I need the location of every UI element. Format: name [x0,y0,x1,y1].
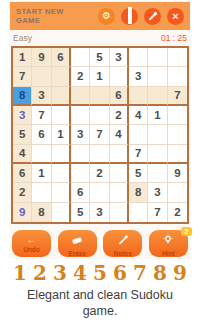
cell-r2c5[interactable]: 1 [90,67,109,86]
cell-r7c2[interactable]: 1 [32,164,51,183]
cell-r9c1[interactable]: 9 [13,203,32,222]
numpad-8[interactable]: 8 [153,261,167,285]
cell-r5c4[interactable]: 3 [71,125,90,144]
cell-r8c8[interactable]: 3 [148,183,167,202]
cell-r3c2[interactable]: 3 [32,87,51,106]
cell-r8c2[interactable] [32,183,51,202]
cell-r1c7[interactable] [129,48,148,67]
cell-r9c2[interactable]: 8 [32,203,51,222]
numpad-4[interactable]: 4 [73,261,87,285]
cell-r6c5[interactable] [90,145,109,164]
header-buttons: ⚙× [98,8,184,25]
undo-button[interactable]: ←Undo [12,230,51,257]
timer-label: 01 : 25 [161,33,187,43]
pencil-icon [118,231,128,249]
cell-r8c5[interactable] [90,183,109,202]
brush-button[interactable] [144,8,161,25]
cell-r5c6[interactable]: 4 [110,125,129,144]
cell-r4c8[interactable]: 1 [148,106,167,125]
close-button[interactable]: × [167,8,184,25]
cell-r1c6[interactable]: 3 [110,48,129,67]
cell-r9c7[interactable] [129,203,148,222]
cell-r8c3[interactable] [52,183,71,202]
cell-r6c2[interactable] [32,145,51,164]
cell-r2c2[interactable] [32,67,51,86]
number-pad: 123456789 [10,261,190,285]
cell-r2c3[interactable] [52,67,71,86]
cell-r8c4[interactable]: 6 [71,183,90,202]
cell-r5c1[interactable]: 5 [13,125,32,144]
cell-r4c7[interactable]: 4 [129,106,148,125]
cell-r3c3[interactable] [52,87,71,106]
cell-r3c6[interactable]: 6 [110,87,129,106]
cell-r6c3[interactable] [52,145,71,164]
cell-r2c7[interactable]: 3 [129,67,148,86]
cell-r5c2[interactable]: 6 [32,125,51,144]
difficulty-label: Easy [13,33,32,43]
toolbar: ←UndoEraseNotesHint2 [10,230,190,257]
cell-r2c9[interactable] [168,67,187,86]
cell-r4c2[interactable]: 7 [32,106,51,125]
app-screenshot: START NEW GAME ⚙× Easy 01 : 25 196537213… [10,2,190,258]
cell-r6c8[interactable] [148,145,167,164]
numpad-6[interactable]: 6 [113,261,127,285]
cell-r6c6[interactable] [110,145,129,164]
cell-r1c2[interactable]: 9 [32,48,51,67]
cell-r3c7[interactable] [129,87,148,106]
lightbulb-icon [162,231,174,249]
erase-button-label: Erase [68,250,86,257]
cell-r7c7[interactable]: 5 [129,164,148,183]
settings-button[interactable]: ⚙ [98,8,115,25]
undo-arrow-icon: ← [27,235,37,245]
gear-icon: ⚙ [102,11,111,21]
numpad-2[interactable]: 2 [33,261,47,285]
cell-r9c8[interactable]: 7 [148,203,167,222]
numpad-7[interactable]: 7 [133,261,147,285]
hint-button-label: Hint [162,250,175,257]
cell-r5c3[interactable]: 1 [52,125,71,144]
numpad-9[interactable]: 9 [173,261,187,285]
cell-r4c4[interactable] [71,106,90,125]
sudoku-board: 1965372138367372415613744761259268398537… [11,46,189,224]
brush-icon [148,7,158,25]
cell-r5c7[interactable] [129,125,148,144]
cell-r5c5[interactable]: 7 [90,125,109,144]
numpad-5[interactable]: 5 [93,261,107,285]
cell-r8c6[interactable] [110,183,129,202]
cell-r1c3[interactable]: 6 [52,48,71,67]
cell-r6c7[interactable]: 7 [129,145,148,164]
close-icon: × [172,11,178,22]
cell-r4c6[interactable]: 2 [110,106,129,125]
cell-r1c8[interactable] [148,48,167,67]
cell-r7c6[interactable] [110,164,129,183]
cell-r7c3[interactable] [52,164,71,183]
cell-r1c4[interactable] [71,48,90,67]
cell-r9c3[interactable] [52,203,71,222]
cell-r8c1[interactable]: 2 [13,183,32,202]
erase-button[interactable]: Erase [58,230,97,257]
cell-r5c9[interactable] [168,125,187,144]
cell-r7c1[interactable]: 6 [13,164,32,183]
cell-r3c1[interactable]: 8 [13,87,32,106]
hint-count-badge: 2 [181,227,192,236]
cell-r4c5[interactable] [90,106,109,125]
cell-r9c6[interactable] [110,203,129,222]
cell-r9c4[interactable]: 5 [71,203,90,222]
cell-r6c1[interactable]: 4 [13,145,32,164]
cell-r2c1[interactable]: 7 [13,67,32,86]
cell-r9c9[interactable]: 2 [168,203,187,222]
eraser-icon [71,231,83,249]
cell-r4c3[interactable] [52,106,71,125]
numpad-1[interactable]: 1 [13,261,27,285]
cell-r8c7[interactable]: 8 [129,183,148,202]
cell-r3c8[interactable] [148,87,167,106]
cell-r3c5[interactable] [90,87,109,106]
cell-r7c5[interactable]: 2 [90,164,109,183]
numpad-3[interactable]: 3 [53,261,67,285]
cell-r1c1[interactable]: 1 [13,48,32,67]
app-header: START NEW GAME ⚙× [10,2,190,30]
cell-r4c1[interactable]: 3 [13,106,32,125]
cell-r3c9[interactable]: 7 [168,87,187,106]
caption-text: Elegant and clean Sudoku game. [0,288,200,319]
notes-button[interactable]: Notes [103,230,142,257]
cell-r5c8[interactable] [148,125,167,144]
cell-r2c6[interactable] [110,67,129,86]
hint-button[interactable]: Hint2 [149,230,188,257]
cell-r3c4[interactable] [71,87,90,106]
cell-r6c9[interactable] [168,145,187,164]
cell-r1c9[interactable] [168,48,187,67]
cell-r2c4[interactable]: 2 [71,67,90,86]
notes-button-label: Notes [114,250,132,257]
pause-icon [128,7,132,25]
cell-r2c8[interactable] [148,67,167,86]
status-row: Easy 01 : 25 [10,30,190,46]
cell-r7c4[interactable] [71,164,90,183]
cell-r4c9[interactable] [168,106,187,125]
cell-r7c8[interactable] [148,164,167,183]
cell-r7c9[interactable]: 9 [168,164,187,183]
cell-r9c5[interactable]: 3 [90,203,109,222]
cell-r6c4[interactable] [71,145,90,164]
cell-r1c5[interactable]: 5 [90,48,109,67]
app-title: START NEW GAME [16,7,80,26]
cell-r8c9[interactable] [168,183,187,202]
undo-button-label: Undo [23,246,40,253]
pause-button[interactable] [121,8,138,25]
